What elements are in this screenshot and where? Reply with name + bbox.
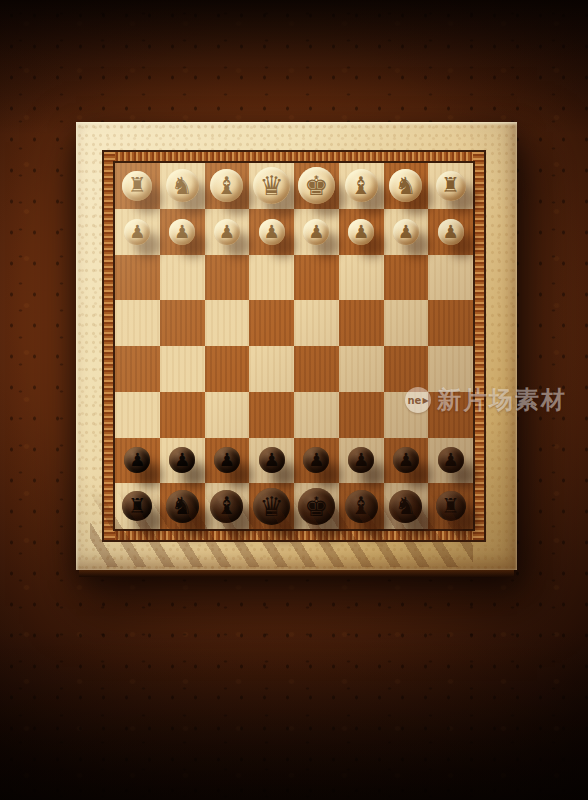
board-square-r8c3: ♝: [205, 483, 250, 529]
board-square-r2c7: ♟: [384, 209, 429, 255]
board-square-r6c3: [205, 392, 250, 438]
board-square-r2c2: ♟: [160, 209, 205, 255]
board-square-r2c4: ♟: [249, 209, 294, 255]
board-square-r6c1: [115, 392, 160, 438]
board-square-r8c5: ♚: [294, 483, 339, 529]
board-square-r3c8: [428, 255, 473, 301]
chess-board: ♜♞♝♛♚♝♞♜♟♟♟♟♟♟♟♟♟♟♟♟♟♟♟♟♜♞♝♛♚♝♞♜: [76, 122, 517, 570]
board-square-r4c7: [384, 300, 429, 346]
inlay-stripe-top: [104, 152, 484, 163]
black-knight: ♞: [166, 490, 199, 523]
board-square-r3c4: [249, 255, 294, 301]
board-square-r4c5: [294, 300, 339, 346]
top-shadow-gradient: [0, 0, 588, 135]
board-square-r1c6: ♝: [339, 163, 384, 209]
board-square-r2c5: ♟: [294, 209, 339, 255]
black-bishop: ♝: [345, 490, 378, 523]
board-square-r1c4: ♛: [249, 163, 294, 209]
board-square-r3c3: [205, 255, 250, 301]
inlay-stripe-right: [473, 152, 484, 540]
board-square-r5c6: [339, 346, 384, 392]
photo-stage: ♜♞♝♛♚♝♞♜♟♟♟♟♟♟♟♟♟♟♟♟♟♟♟♟♜♞♝♛♚♝♞♜ ne ▶ 新片…: [0, 0, 588, 800]
white-pawn: ♟: [124, 219, 150, 245]
board-square-r6c6: [339, 392, 384, 438]
board-square-r5c8: [428, 346, 473, 392]
board-square-r5c1: [115, 346, 160, 392]
white-pawn: ♟: [348, 219, 374, 245]
board-square-r2c8: ♟: [428, 209, 473, 255]
board-square-r2c1: ♟: [115, 209, 160, 255]
board-square-r1c8: ♜: [428, 163, 473, 209]
board-square-r7c8: ♟: [428, 438, 473, 484]
board-square-r1c2: ♞: [160, 163, 205, 209]
board-square-r8c8: ♜: [428, 483, 473, 529]
white-rook: ♜: [122, 171, 152, 201]
board-grid: ♜♞♝♛♚♝♞♜♟♟♟♟♟♟♟♟♟♟♟♟♟♟♟♟♜♞♝♛♚♝♞♜: [115, 163, 473, 529]
white-pawn: ♟: [214, 219, 240, 245]
board-square-r8c1: ♜: [115, 483, 160, 529]
inlay-stripe-left: [104, 152, 115, 540]
board-square-r3c6: [339, 255, 384, 301]
board-square-r7c6: ♟: [339, 438, 384, 484]
black-king: ♚: [298, 488, 335, 525]
board-square-r4c8: [428, 300, 473, 346]
board-square-r1c7: ♞: [384, 163, 429, 209]
board-square-r3c7: [384, 255, 429, 301]
board-square-r8c2: ♞: [160, 483, 205, 529]
board-square-r2c3: ♟: [205, 209, 250, 255]
white-rook: ♜: [436, 171, 466, 201]
board-square-r2c6: ♟: [339, 209, 384, 255]
black-bishop: ♝: [210, 490, 243, 523]
board-square-r3c2: [160, 255, 205, 301]
board-square-r8c6: ♝: [339, 483, 384, 529]
white-queen: ♛: [253, 167, 290, 204]
board-square-r3c5: [294, 255, 339, 301]
board-square-r4c4: [249, 300, 294, 346]
board-square-r6c2: [160, 392, 205, 438]
black-pawn: ♟: [348, 447, 374, 473]
white-pawn: ♟: [438, 219, 464, 245]
board-inlay-border: ♜♞♝♛♚♝♞♜♟♟♟♟♟♟♟♟♟♟♟♟♟♟♟♟♜♞♝♛♚♝♞♜: [102, 150, 486, 542]
white-pawn: ♟: [393, 219, 419, 245]
board-square-r7c1: ♟: [115, 438, 160, 484]
board-square-r5c3: [205, 346, 250, 392]
white-knight: ♞: [166, 169, 199, 202]
board-square-r8c7: ♞: [384, 483, 429, 529]
board-square-r6c4: [249, 392, 294, 438]
inlay-stripe-bottom: [104, 529, 484, 540]
black-pawn: ♟: [303, 447, 329, 473]
white-pawn: ♟: [169, 219, 195, 245]
board-square-r6c8: [428, 392, 473, 438]
board-square-r4c3: [205, 300, 250, 346]
white-pawn: ♟: [303, 219, 329, 245]
board-square-r5c2: [160, 346, 205, 392]
white-bishop: ♝: [210, 169, 243, 202]
black-pawn: ♟: [169, 447, 195, 473]
black-pawn: ♟: [438, 447, 464, 473]
black-pawn: ♟: [124, 447, 150, 473]
board-square-r1c3: ♝: [205, 163, 250, 209]
black-knight: ♞: [389, 490, 422, 523]
board-square-r3c1: [115, 255, 160, 301]
black-pawn: ♟: [259, 447, 285, 473]
board-square-r7c7: ♟: [384, 438, 429, 484]
board-square-r5c7: [384, 346, 429, 392]
black-pawn: ♟: [393, 447, 419, 473]
board-square-r4c2: [160, 300, 205, 346]
board-square-r6c5: [294, 392, 339, 438]
black-pawn: ♟: [214, 447, 240, 473]
black-rook: ♜: [436, 491, 466, 521]
bottom-shadow-gradient: [0, 630, 588, 800]
board-square-r4c6: [339, 300, 384, 346]
white-knight: ♞: [389, 169, 422, 202]
black-rook: ♜: [122, 491, 152, 521]
board-square-r1c5: ♚: [294, 163, 339, 209]
board-square-r7c2: ♟: [160, 438, 205, 484]
board-square-r4c1: [115, 300, 160, 346]
board-square-r7c5: ♟: [294, 438, 339, 484]
board-square-r8c4: ♛: [249, 483, 294, 529]
board-square-r5c5: [294, 346, 339, 392]
board-square-r7c4: ♟: [249, 438, 294, 484]
board-square-r7c3: ♟: [205, 438, 250, 484]
white-bishop: ♝: [345, 169, 378, 202]
black-queen: ♛: [253, 488, 290, 525]
board-square-r6c7: [384, 392, 429, 438]
board-square-r5c4: [249, 346, 294, 392]
white-king: ♚: [298, 167, 335, 204]
board-square-r1c1: ♜: [115, 163, 160, 209]
white-pawn: ♟: [259, 219, 285, 245]
